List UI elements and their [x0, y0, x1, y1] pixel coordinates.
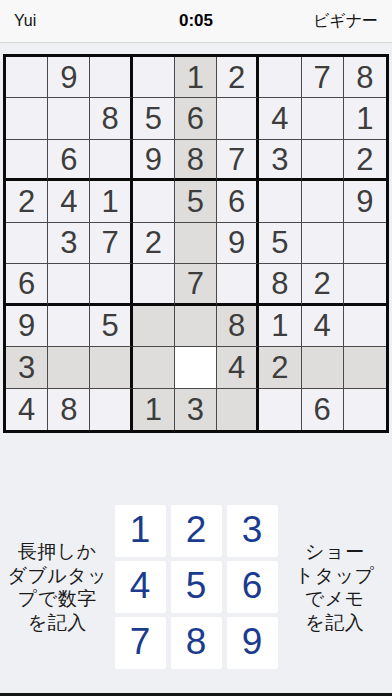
cell-r7c6[interactable]: 8 — [217, 306, 259, 347]
cell-r7c5[interactable] — [175, 306, 217, 347]
cell-r7c8[interactable]: 4 — [302, 306, 344, 347]
cell-r2c6[interactable] — [217, 98, 259, 139]
cell-r3c8[interactable] — [302, 140, 344, 181]
cell-r1c4[interactable] — [133, 57, 175, 98]
cell-r3c6[interactable]: 7 — [217, 140, 259, 181]
cell-r5c3[interactable]: 7 — [90, 223, 132, 264]
cell-r4c1[interactable]: 2 — [6, 181, 48, 222]
cell-r8c7[interactable]: 2 — [259, 347, 301, 388]
cell-r5c5[interactable] — [175, 223, 217, 264]
cell-r7c1[interactable]: 9 — [6, 306, 48, 347]
cell-r8c3[interactable] — [90, 347, 132, 388]
numpad-button-4[interactable]: 4 — [115, 561, 166, 613]
bottom-section: 長押しかダブルタップで数字を記入 123456789 ショートタップでメモを記入 — [0, 505, 392, 669]
cell-r7c7[interactable]: 1 — [259, 306, 301, 347]
cell-r5c2[interactable]: 3 — [48, 223, 90, 264]
numpad-button-6[interactable]: 6 — [227, 561, 278, 613]
cell-r9c2[interactable]: 8 — [48, 389, 90, 430]
cell-r2c1[interactable] — [6, 98, 48, 139]
cell-r8c8[interactable] — [302, 347, 344, 388]
cell-r1c7[interactable] — [259, 57, 301, 98]
cell-r6c2[interactable] — [48, 264, 90, 305]
instruction-left-line-1: 長押しか — [0, 540, 115, 564]
numpad: 123456789 — [115, 505, 278, 669]
cell-r1c5[interactable]: 1 — [175, 57, 217, 98]
cell-r1c1[interactable] — [6, 57, 48, 98]
cell-r1c6[interactable]: 2 — [217, 57, 259, 98]
instruction-left-line-2: ダブルタッ — [0, 564, 115, 588]
instruction-right: ショートタップでメモを記入 — [278, 540, 392, 634]
cell-r9c4[interactable]: 1 — [133, 389, 175, 430]
cell-r7c4[interactable] — [133, 306, 175, 347]
cell-r3c4[interactable]: 9 — [133, 140, 175, 181]
cell-r2c3[interactable]: 8 — [90, 98, 132, 139]
cell-r2c8[interactable] — [302, 98, 344, 139]
cell-r6c9[interactable] — [344, 264, 386, 305]
cell-r5c1[interactable] — [6, 223, 48, 264]
instruction-right-line-1: ショー — [278, 540, 392, 564]
cell-r4c7[interactable] — [259, 181, 301, 222]
cell-r8c1[interactable]: 3 — [6, 347, 48, 388]
cell-r3c9[interactable]: 2 — [344, 140, 386, 181]
cell-r1c2[interactable]: 9 — [48, 57, 90, 98]
cell-r6c8[interactable]: 2 — [302, 264, 344, 305]
cell-r9c6[interactable] — [217, 389, 259, 430]
cell-r8c2[interactable] — [48, 347, 90, 388]
cell-r7c2[interactable] — [48, 306, 90, 347]
instruction-right-line-3: でメモ — [278, 587, 392, 611]
cell-r7c3[interactable]: 5 — [90, 306, 132, 347]
cell-r8c9[interactable] — [344, 347, 386, 388]
numpad-button-1[interactable]: 1 — [115, 505, 166, 557]
cell-r4c6[interactable]: 6 — [217, 181, 259, 222]
instruction-right-line-2: トタップ — [278, 564, 392, 588]
cell-r9c8[interactable]: 6 — [302, 389, 344, 430]
numpad-button-9[interactable]: 9 — [227, 617, 278, 669]
cell-r3c3[interactable] — [90, 140, 132, 181]
cell-r6c4[interactable] — [133, 264, 175, 305]
cell-r2c2[interactable] — [48, 98, 90, 139]
cell-r3c1[interactable] — [6, 140, 48, 181]
cell-r3c7[interactable]: 3 — [259, 140, 301, 181]
cell-r5c7[interactable]: 5 — [259, 223, 301, 264]
cell-r3c5[interactable]: 8 — [175, 140, 217, 181]
cell-r6c5[interactable]: 7 — [175, 264, 217, 305]
cell-r6c6[interactable] — [217, 264, 259, 305]
cell-r9c1[interactable]: 4 — [6, 389, 48, 430]
cell-r4c5[interactable]: 5 — [175, 181, 217, 222]
instruction-right-line-4: を記入 — [278, 611, 392, 635]
cell-r9c3[interactable] — [90, 389, 132, 430]
nav-bar: Yui 0:05 ビギナー — [0, 0, 392, 43]
cell-r4c2[interactable]: 4 — [48, 181, 90, 222]
cell-r4c3[interactable]: 1 — [90, 181, 132, 222]
cell-r1c9[interactable]: 8 — [344, 57, 386, 98]
cell-r1c8[interactable]: 7 — [302, 57, 344, 98]
cell-r4c4[interactable] — [133, 181, 175, 222]
cell-r8c5[interactable] — [175, 347, 217, 388]
cell-r2c5[interactable]: 6 — [175, 98, 217, 139]
numpad-button-2[interactable]: 2 — [171, 505, 222, 557]
cell-r1c3[interactable] — [90, 57, 132, 98]
numpad-button-8[interactable]: 8 — [171, 617, 222, 669]
instruction-left-line-4: を記入 — [0, 611, 115, 635]
cell-r5c9[interactable] — [344, 223, 386, 264]
numpad-button-7[interactable]: 7 — [115, 617, 166, 669]
cell-r7c9[interactable] — [344, 306, 386, 347]
cell-r9c9[interactable] — [344, 389, 386, 430]
cell-r2c7[interactable]: 4 — [259, 98, 301, 139]
sudoku-board: 9127885641698732241569372956782958143424… — [3, 54, 389, 433]
cell-r5c8[interactable] — [302, 223, 344, 264]
cell-r9c5[interactable]: 3 — [175, 389, 217, 430]
numpad-button-5[interactable]: 5 — [171, 561, 222, 613]
cell-r8c4[interactable] — [133, 347, 175, 388]
difficulty-label[interactable]: ビギナー — [313, 0, 378, 42]
cell-r6c7[interactable]: 8 — [259, 264, 301, 305]
cell-r2c4[interactable]: 5 — [133, 98, 175, 139]
cell-r8c6[interactable]: 4 — [217, 347, 259, 388]
cell-r6c3[interactable] — [90, 264, 132, 305]
cell-r4c8[interactable] — [302, 181, 344, 222]
cell-r3c2[interactable]: 6 — [48, 140, 90, 181]
cell-r2c9[interactable]: 1 — [344, 98, 386, 139]
cell-r9c7[interactable] — [259, 389, 301, 430]
numpad-button-3[interactable]: 3 — [227, 505, 278, 557]
cell-r6c1[interactable]: 6 — [6, 264, 48, 305]
player-name[interactable]: Yui — [14, 0, 36, 42]
cell-r5c6[interactable]: 9 — [217, 223, 259, 264]
cell-r4c9[interactable]: 9 — [344, 181, 386, 222]
instruction-left: 長押しかダブルタップで数字を記入 — [0, 540, 115, 634]
instruction-left-line-3: プで数字 — [0, 587, 115, 611]
cell-r5c4[interactable]: 2 — [133, 223, 175, 264]
